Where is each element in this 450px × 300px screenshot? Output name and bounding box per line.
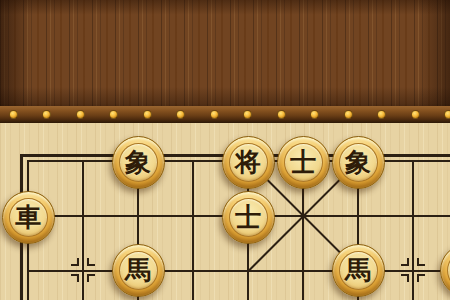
app-screen: 象将士象車士馬馬 [0,0,450,300]
piece-glyph: 馬 [345,257,371,283]
piece-black-general[interactable]: 将 [222,136,275,189]
piece-glyph: 象 [125,149,151,175]
piece-black-elephant-left[interactable]: 象 [112,136,165,189]
point-marker-bracket [71,258,79,266]
point-marker-bracket [417,274,425,282]
grid-file-line [192,160,194,300]
piece-face: 士 [229,198,268,237]
piece-face: 士 [284,143,323,182]
point-marker-bracket [87,274,95,282]
point-marker-bracket [401,258,409,266]
piece-glyph: 車 [15,204,41,230]
piece-face [447,251,450,290]
piece-black-advisor-center[interactable]: 士 [222,191,275,244]
piece-glyph: 馬 [125,257,151,283]
piece-black-horse-left[interactable]: 馬 [112,244,165,297]
grid-file-line [412,160,414,300]
grid-rank-line [27,270,450,272]
point-marker-bracket [417,258,425,266]
grid-file-line [82,160,84,300]
piece-black-horse-right[interactable]: 馬 [332,244,385,297]
piece-face: 馬 [339,251,378,290]
piece-face: 象 [119,143,158,182]
point-marker-bracket [87,258,95,266]
piece-glyph: 士 [290,149,316,175]
piece-glyph: 士 [235,204,261,230]
point-marker-bracket [401,274,409,282]
piece-face: 馬 [119,251,158,290]
board: 象将士象車士馬馬 [0,123,450,300]
piece-face: 将 [229,143,268,182]
board-layer: 象将士象車士馬馬 [0,0,450,300]
piece-black-chariot-left[interactable]: 車 [2,191,55,244]
piece-face: 象 [339,143,378,182]
piece-black-advisor-right[interactable]: 士 [277,136,330,189]
point-marker-bracket [71,274,79,282]
piece-glyph: 将 [235,149,261,175]
piece-face: 車 [9,198,48,237]
piece-black-elephant-right[interactable]: 象 [332,136,385,189]
piece-glyph: 象 [345,149,371,175]
